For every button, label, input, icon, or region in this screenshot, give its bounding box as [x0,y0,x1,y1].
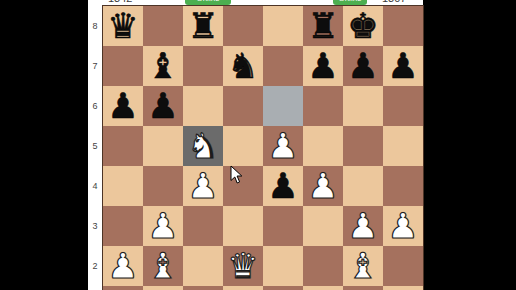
square-e2[interactable] [263,246,303,286]
square-b4[interactable] [143,166,183,206]
piece-white-pawn: ♟ [267,126,298,166]
square-c7[interactable] [183,46,223,86]
square-g8[interactable]: ♚ [343,6,383,46]
square-a5[interactable] [103,126,143,166]
square-c6[interactable] [183,86,223,126]
piece-black-pawn: ♟ [307,46,338,86]
piece-white-pawn: ♟ [307,166,338,206]
piece-black-knight: ♞ [227,46,258,86]
square-g5[interactable] [343,126,383,166]
square-g7[interactable]: ♟ [343,46,383,86]
square-h2[interactable] [383,246,423,286]
square-c1[interactable] [183,286,223,290]
piece-black-pawn: ♟ [387,46,418,86]
square-e3[interactable] [263,206,303,246]
piece-white-pawn: ♟ [187,166,218,206]
square-h5[interactable] [383,126,423,166]
square-g4[interactable] [343,166,383,206]
square-h4[interactable] [383,166,423,206]
square-b8[interactable] [143,6,183,46]
square-e6[interactable] [263,86,303,126]
square-d8[interactable] [223,6,263,46]
piece-black-queen: ♛ [107,6,138,46]
square-d2[interactable]: ♛ [223,246,263,286]
square-b3[interactable]: ♟ [143,206,183,246]
square-f1[interactable] [303,286,343,290]
square-g6[interactable] [343,86,383,126]
chess-board: ♛♜♜♚♝♞♟♟♟♟♟♞♟♟♟♟♟♟♟♟♝♛♝ [103,6,423,290]
rank-label-2: 2 [88,246,102,286]
piece-white-pawn: ♟ [107,246,138,286]
square-a1[interactable] [103,286,143,290]
piece-black-rook: ♜ [187,6,218,46]
square-h8[interactable] [383,6,423,46]
square-b2[interactable]: ♝ [143,246,183,286]
square-e7[interactable] [263,46,303,86]
square-d1[interactable] [223,286,263,290]
piece-white-pawn: ♟ [147,206,178,246]
square-c8[interactable]: ♜ [183,6,223,46]
square-c4[interactable]: ♟ [183,166,223,206]
square-a4[interactable] [103,166,143,206]
square-c2[interactable] [183,246,223,286]
square-h7[interactable]: ♟ [383,46,423,86]
piece-white-bishop: ♝ [147,246,178,286]
piece-white-bishop: ♝ [347,246,378,286]
chess-board-frame: ♛♜♜♚♝♞♟♟♟♟♟♞♟♟♟♟♟♟♟♟♝♛♝ [102,5,424,290]
piece-white-queen: ♛ [227,246,258,286]
square-e5[interactable]: ♟ [263,126,303,166]
square-e1[interactable] [263,286,303,290]
piece-black-rook: ♜ [307,6,338,46]
piece-black-pawn: ♟ [147,86,178,126]
piece-black-pawn: ♟ [347,46,378,86]
square-d7[interactable]: ♞ [223,46,263,86]
rank-label-4: 4 [88,166,102,206]
square-f3[interactable] [303,206,343,246]
rank-label-3: 3 [88,206,102,246]
square-d5[interactable] [223,126,263,166]
piece-white-pawn: ♟ [387,206,418,246]
rank-label-8: 8 [88,6,102,46]
square-a6[interactable]: ♟ [103,86,143,126]
rank-label-1: 1 [88,286,102,290]
chess-app-content: 1342 Online Online 1307 87654321 ♛♜♜♚♝♞♟… [88,0,423,290]
screenshot-stage: 1342 Online Online 1307 87654321 ♛♜♜♚♝♞♟… [0,0,516,290]
square-d6[interactable] [223,86,263,126]
piece-black-bishop: ♝ [147,46,178,86]
square-f4[interactable]: ♟ [303,166,343,206]
square-f5[interactable] [303,126,343,166]
square-c3[interactable] [183,206,223,246]
piece-black-king: ♚ [347,6,378,46]
piece-black-pawn: ♟ [107,86,138,126]
square-b7[interactable]: ♝ [143,46,183,86]
square-e4[interactable]: ♟ [263,166,303,206]
square-b5[interactable] [143,126,183,166]
square-e8[interactable] [263,6,303,46]
piece-white-pawn: ♟ [347,206,378,246]
rank-coordinate-gutter: 87654321 [88,6,102,290]
square-a7[interactable] [103,46,143,86]
piece-white-knight: ♞ [187,126,218,166]
square-f7[interactable]: ♟ [303,46,343,86]
square-b1[interactable] [143,286,183,290]
square-f6[interactable] [303,86,343,126]
square-g1[interactable] [343,286,383,290]
piece-black-pawn: ♟ [267,166,298,206]
square-h1[interactable] [383,286,423,290]
square-a8[interactable]: ♛ [103,6,143,46]
rank-label-6: 6 [88,86,102,126]
square-b6[interactable]: ♟ [143,86,183,126]
square-h6[interactable] [383,86,423,126]
square-g3[interactable]: ♟ [343,206,383,246]
square-d4[interactable] [223,166,263,206]
square-a2[interactable]: ♟ [103,246,143,286]
rank-label-7: 7 [88,46,102,86]
square-a3[interactable] [103,206,143,246]
mouse-cursor [230,165,243,184]
rank-label-5: 5 [88,126,102,166]
square-h3[interactable]: ♟ [383,206,423,246]
square-d3[interactable] [223,206,263,246]
square-f2[interactable] [303,246,343,286]
square-f8[interactable]: ♜ [303,6,343,46]
square-g2[interactable]: ♝ [343,246,383,286]
square-c5[interactable]: ♞ [183,126,223,166]
